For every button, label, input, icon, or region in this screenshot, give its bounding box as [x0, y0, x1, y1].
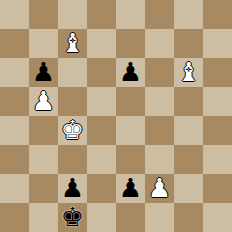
square-f8[interactable]	[145, 0, 174, 29]
square-h6[interactable]	[203, 58, 232, 87]
square-g3[interactable]	[174, 145, 203, 174]
square-h4[interactable]	[203, 116, 232, 145]
white-bishop-piece: ♝	[177, 58, 200, 87]
square-d2[interactable]	[87, 174, 116, 203]
square-d5[interactable]	[87, 87, 116, 116]
square-e6[interactable]: ♟	[116, 58, 145, 87]
square-b6[interactable]: ♟	[29, 58, 58, 87]
square-f7[interactable]	[145, 29, 174, 58]
square-c2[interactable]: ♟	[58, 174, 87, 203]
square-e2[interactable]: ♟	[116, 174, 145, 203]
square-d1[interactable]	[87, 203, 116, 232]
square-h8[interactable]	[203, 0, 232, 29]
square-f4[interactable]	[145, 116, 174, 145]
square-b5[interactable]: ♟	[29, 87, 58, 116]
chess-board: ♝♟♟♝♟♚♟♟♟♚	[0, 0, 232, 232]
square-a8[interactable]	[0, 0, 29, 29]
square-d8[interactable]	[87, 0, 116, 29]
white-pawn-piece: ♟	[148, 174, 171, 203]
square-c7[interactable]: ♝	[58, 29, 87, 58]
square-b8[interactable]	[29, 0, 58, 29]
square-a7[interactable]	[0, 29, 29, 58]
square-e1[interactable]	[116, 203, 145, 232]
square-g5[interactable]	[174, 87, 203, 116]
square-e4[interactable]	[116, 116, 145, 145]
black-king-piece: ♚	[61, 203, 84, 232]
black-pawn-piece: ♟	[32, 58, 55, 87]
square-g6[interactable]: ♝	[174, 58, 203, 87]
square-g7[interactable]	[174, 29, 203, 58]
square-f1[interactable]	[145, 203, 174, 232]
square-d7[interactable]	[87, 29, 116, 58]
square-h1[interactable]	[203, 203, 232, 232]
square-c4[interactable]: ♚	[58, 116, 87, 145]
square-f3[interactable]	[145, 145, 174, 174]
square-b3[interactable]	[29, 145, 58, 174]
square-g2[interactable]	[174, 174, 203, 203]
square-b1[interactable]	[29, 203, 58, 232]
square-g8[interactable]	[174, 0, 203, 29]
black-pawn-piece: ♟	[119, 58, 142, 87]
square-f2[interactable]: ♟	[145, 174, 174, 203]
square-h5[interactable]	[203, 87, 232, 116]
white-pawn-piece: ♟	[32, 87, 55, 116]
square-f6[interactable]	[145, 58, 174, 87]
square-f5[interactable]	[145, 87, 174, 116]
square-c3[interactable]	[58, 145, 87, 174]
square-h3[interactable]	[203, 145, 232, 174]
square-b4[interactable]	[29, 116, 58, 145]
square-a2[interactable]	[0, 174, 29, 203]
black-pawn-piece: ♟	[61, 174, 84, 203]
square-e3[interactable]	[116, 145, 145, 174]
square-a3[interactable]	[0, 145, 29, 174]
square-e8[interactable]	[116, 0, 145, 29]
square-b2[interactable]	[29, 174, 58, 203]
square-c1[interactable]: ♚	[58, 203, 87, 232]
square-a5[interactable]	[0, 87, 29, 116]
white-king-piece: ♚	[61, 116, 84, 145]
square-c5[interactable]	[58, 87, 87, 116]
square-h7[interactable]	[203, 29, 232, 58]
square-b7[interactable]	[29, 29, 58, 58]
square-e7[interactable]	[116, 29, 145, 58]
black-pawn-piece: ♟	[119, 174, 142, 203]
square-g4[interactable]	[174, 116, 203, 145]
square-c8[interactable]	[58, 0, 87, 29]
square-a6[interactable]	[0, 58, 29, 87]
square-a1[interactable]	[0, 203, 29, 232]
white-bishop-piece: ♝	[61, 29, 84, 58]
square-e5[interactable]	[116, 87, 145, 116]
square-c6[interactable]	[58, 58, 87, 87]
square-d3[interactable]	[87, 145, 116, 174]
square-g1[interactable]	[174, 203, 203, 232]
square-a4[interactable]	[0, 116, 29, 145]
square-d4[interactable]	[87, 116, 116, 145]
square-d6[interactable]	[87, 58, 116, 87]
square-h2[interactable]	[203, 174, 232, 203]
